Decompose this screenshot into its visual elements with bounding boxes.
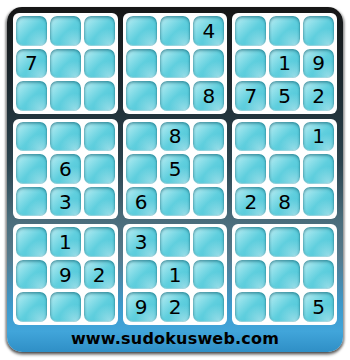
cell-r3c1[interactable] [16, 81, 47, 111]
cell-r8c4[interactable] [126, 260, 157, 290]
cell-r7c8[interactable] [269, 227, 300, 257]
box-5: 856 [123, 119, 228, 220]
cell-r8c5[interactable]: 1 [160, 260, 191, 290]
cell-r7c4[interactable]: 3 [126, 227, 157, 257]
box-6: 128 [232, 119, 337, 220]
cell-r9c3[interactable] [84, 292, 115, 322]
cell-r6c1[interactable] [16, 187, 47, 217]
cell-r1c4[interactable] [126, 16, 157, 46]
given-digit: 1 [169, 265, 182, 285]
cell-r9c6[interactable] [193, 292, 224, 322]
cell-r9c9[interactable]: 5 [303, 292, 334, 322]
cell-r2c3[interactable] [84, 49, 115, 79]
cell-r6c8[interactable]: 8 [269, 187, 300, 217]
footer-bar: www.sudokusweb.com [13, 325, 337, 352]
cell-r3c7[interactable]: 7 [235, 81, 266, 111]
given-digit: 9 [59, 265, 72, 285]
cell-r6c7[interactable]: 2 [235, 187, 266, 217]
cell-r9c4[interactable]: 9 [126, 292, 157, 322]
cell-r1c7[interactable] [235, 16, 266, 46]
given-digit: 8 [169, 126, 182, 146]
cell-r5c3[interactable] [84, 154, 115, 184]
page: 748197526385612819231925 www.sudokusweb.… [0, 0, 350, 360]
given-digit: 5 [278, 86, 291, 106]
given-digit: 1 [312, 126, 325, 146]
sudoku-grid: 748197526385612819231925 [13, 13, 337, 325]
cell-r2c4[interactable] [126, 49, 157, 79]
cell-r6c9[interactable] [303, 187, 334, 217]
given-digit: 7 [244, 86, 257, 106]
cell-r3c3[interactable] [84, 81, 115, 111]
cell-r4c7[interactable] [235, 122, 266, 152]
cell-r3c9[interactable]: 2 [303, 81, 334, 111]
sudoku-board-frame: 748197526385612819231925 www.sudokusweb.… [7, 7, 343, 352]
cell-r3c2[interactable] [50, 81, 81, 111]
given-digit: 8 [203, 86, 216, 106]
given-digit: 2 [93, 265, 106, 285]
cell-r1c3[interactable] [84, 16, 115, 46]
cell-r5c6[interactable] [193, 154, 224, 184]
cell-r4c1[interactable] [16, 122, 47, 152]
cell-r7c6[interactable] [193, 227, 224, 257]
cell-r2c9[interactable]: 9 [303, 49, 334, 79]
cell-r5c4[interactable] [126, 154, 157, 184]
cell-r5c5[interactable]: 5 [160, 154, 191, 184]
box-2: 48 [123, 13, 228, 114]
box-3: 19752 [232, 13, 337, 114]
site-url[interactable]: www.sudokusweb.com [71, 329, 279, 348]
cell-r9c1[interactable] [16, 292, 47, 322]
cell-r8c9[interactable] [303, 260, 334, 290]
given-digit: 4 [203, 21, 216, 41]
cell-r2c5[interactable] [160, 49, 191, 79]
cell-r6c3[interactable] [84, 187, 115, 217]
cell-r5c1[interactable] [16, 154, 47, 184]
cell-r2c1[interactable]: 7 [16, 49, 47, 79]
given-digit: 1 [59, 232, 72, 252]
cell-r7c9[interactable] [303, 227, 334, 257]
cell-r8c8[interactable] [269, 260, 300, 290]
box-8: 3192 [123, 224, 228, 325]
cell-r4c9[interactable]: 1 [303, 122, 334, 152]
cell-r9c7[interactable] [235, 292, 266, 322]
cell-r2c2[interactable] [50, 49, 81, 79]
cell-r2c8[interactable]: 1 [269, 49, 300, 79]
box-7: 192 [13, 224, 118, 325]
cell-r9c2[interactable] [50, 292, 81, 322]
given-digit: 7 [25, 53, 38, 73]
cell-r5c9[interactable] [303, 154, 334, 184]
cell-r8c1[interactable] [16, 260, 47, 290]
cell-r4c2[interactable] [50, 122, 81, 152]
cell-r2c7[interactable] [235, 49, 266, 79]
cell-r5c8[interactable] [269, 154, 300, 184]
cell-r9c8[interactable] [269, 292, 300, 322]
cell-r1c6[interactable]: 4 [193, 16, 224, 46]
box-9: 5 [232, 224, 337, 325]
given-digit: 9 [135, 297, 148, 317]
cell-r6c2[interactable]: 3 [50, 187, 81, 217]
cell-r1c8[interactable] [269, 16, 300, 46]
cell-r3c5[interactable] [160, 81, 191, 111]
given-digit: 2 [169, 297, 182, 317]
cell-r4c6[interactable] [193, 122, 224, 152]
given-digit: 6 [59, 159, 72, 179]
given-digit: 3 [59, 192, 72, 212]
cell-r8c2[interactable]: 9 [50, 260, 81, 290]
cell-r4c3[interactable] [84, 122, 115, 152]
given-digit: 5 [169, 159, 182, 179]
given-digit: 8 [278, 192, 291, 212]
cell-r5c7[interactable] [235, 154, 266, 184]
given-digit: 6 [135, 192, 148, 212]
given-digit: 1 [278, 53, 291, 73]
cell-r1c1[interactable] [16, 16, 47, 46]
cell-r7c3[interactable] [84, 227, 115, 257]
cell-r7c1[interactable] [16, 227, 47, 257]
cell-r4c4[interactable] [126, 122, 157, 152]
given-digit: 3 [135, 232, 148, 252]
cell-r8c7[interactable] [235, 260, 266, 290]
cell-r6c4[interactable]: 6 [126, 187, 157, 217]
cell-r1c2[interactable] [50, 16, 81, 46]
cell-r6c5[interactable] [160, 187, 191, 217]
cell-r7c7[interactable] [235, 227, 266, 257]
cell-r9c5[interactable]: 2 [160, 292, 191, 322]
cell-r6c6[interactable] [193, 187, 224, 217]
given-digit: 2 [244, 192, 257, 212]
cell-r3c4[interactable] [126, 81, 157, 111]
box-4: 63 [13, 119, 118, 220]
cell-r8c6[interactable] [193, 260, 224, 290]
given-digit: 5 [312, 297, 325, 317]
box-1: 7 [13, 13, 118, 114]
cell-r7c5[interactable] [160, 227, 191, 257]
cell-r4c5[interactable]: 8 [160, 122, 191, 152]
cell-r3c6[interactable]: 8 [193, 81, 224, 111]
given-digit: 9 [312, 53, 325, 73]
given-digit: 2 [312, 86, 325, 106]
cell-r1c5[interactable] [160, 16, 191, 46]
cell-r7c2[interactable]: 1 [50, 227, 81, 257]
cell-r2c6[interactable] [193, 49, 224, 79]
cell-r5c2[interactable]: 6 [50, 154, 81, 184]
cell-r1c9[interactable] [303, 16, 334, 46]
cell-r4c8[interactable] [269, 122, 300, 152]
cell-r3c8[interactable]: 5 [269, 81, 300, 111]
cell-r8c3[interactable]: 2 [84, 260, 115, 290]
